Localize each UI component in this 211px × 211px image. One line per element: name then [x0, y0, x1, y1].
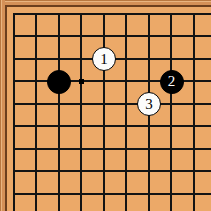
move-number-label: 2	[168, 74, 176, 89]
stone-black-2: 2	[160, 70, 184, 94]
board-rim-line-top	[5, 5, 211, 7]
go-board-diagram: 123	[0, 0, 211, 211]
stone-white-1: 1	[92, 47, 116, 71]
move-number-label: 1	[100, 52, 108, 67]
stone-black	[47, 70, 71, 94]
grid-lines	[13, 13, 211, 211]
stone-white-3: 3	[137, 92, 161, 116]
star-point-marker	[79, 79, 84, 84]
move-number-label: 3	[145, 97, 153, 112]
board-rim-line-left	[5, 5, 7, 211]
